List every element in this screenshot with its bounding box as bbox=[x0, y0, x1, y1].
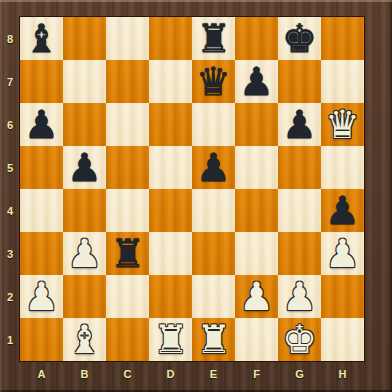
square-h7[interactable] bbox=[321, 60, 364, 103]
piece-black-pawn[interactable]: ♟ bbox=[192, 146, 235, 189]
square-h2[interactable] bbox=[321, 275, 364, 318]
square-h5[interactable] bbox=[321, 146, 364, 189]
piece-white-rook[interactable]: ♜ bbox=[192, 318, 235, 361]
square-a7[interactable] bbox=[20, 60, 63, 103]
square-g2[interactable]: ♟ bbox=[278, 275, 321, 318]
square-b8[interactable] bbox=[63, 17, 106, 60]
square-h8[interactable] bbox=[321, 17, 364, 60]
square-d6[interactable] bbox=[149, 103, 192, 146]
piece-white-pawn[interactable]: ♟ bbox=[63, 232, 106, 275]
square-g8[interactable]: ♚ bbox=[278, 17, 321, 60]
rank-label-5: 5 bbox=[0, 146, 20, 189]
piece-black-rook[interactable]: ♜ bbox=[106, 232, 149, 275]
square-d2[interactable] bbox=[149, 275, 192, 318]
square-a4[interactable] bbox=[20, 189, 63, 232]
square-f8[interactable] bbox=[235, 17, 278, 60]
square-c1[interactable] bbox=[106, 318, 149, 361]
board-frame: ♝♜♚♛♟♟♟♛♟♟♟♟♜♟♟♟♟♝♜♜♚ 87654321 ABCDEFGH bbox=[0, 0, 392, 392]
file-label-d: D bbox=[149, 361, 192, 387]
square-e3[interactable] bbox=[192, 232, 235, 275]
piece-black-king[interactable]: ♚ bbox=[278, 17, 321, 60]
square-c7[interactable] bbox=[106, 60, 149, 103]
square-b3[interactable]: ♟ bbox=[63, 232, 106, 275]
square-f3[interactable] bbox=[235, 232, 278, 275]
square-c3[interactable]: ♜ bbox=[106, 232, 149, 275]
rank-label-7: 7 bbox=[0, 60, 20, 103]
rank-label-4: 4 bbox=[0, 189, 20, 232]
file-label-c: C bbox=[106, 361, 149, 387]
square-g5[interactable] bbox=[278, 146, 321, 189]
rank-label-6: 6 bbox=[0, 103, 20, 146]
square-b1[interactable]: ♝ bbox=[63, 318, 106, 361]
file-label-f: F bbox=[235, 361, 278, 387]
file-labels: ABCDEFGH bbox=[20, 361, 364, 392]
rank-label-3: 3 bbox=[0, 232, 20, 275]
square-b2[interactable] bbox=[63, 275, 106, 318]
piece-white-bishop[interactable]: ♝ bbox=[63, 318, 106, 361]
square-c6[interactable] bbox=[106, 103, 149, 146]
square-b7[interactable] bbox=[63, 60, 106, 103]
square-e6[interactable] bbox=[192, 103, 235, 146]
chess-board: ♝♜♚♛♟♟♟♛♟♟♟♟♜♟♟♟♟♝♜♜♚ bbox=[20, 17, 364, 361]
square-c2[interactable] bbox=[106, 275, 149, 318]
square-a3[interactable] bbox=[20, 232, 63, 275]
square-g4[interactable] bbox=[278, 189, 321, 232]
square-e2[interactable] bbox=[192, 275, 235, 318]
piece-white-pawn[interactable]: ♟ bbox=[20, 275, 63, 318]
square-a1[interactable] bbox=[20, 318, 63, 361]
square-a6[interactable]: ♟ bbox=[20, 103, 63, 146]
file-label-h: H bbox=[321, 361, 364, 387]
square-d5[interactable] bbox=[149, 146, 192, 189]
square-g3[interactable] bbox=[278, 232, 321, 275]
square-c8[interactable] bbox=[106, 17, 149, 60]
piece-black-pawn[interactable]: ♟ bbox=[63, 146, 106, 189]
square-h6[interactable]: ♛ bbox=[321, 103, 364, 146]
rank-labels: 87654321 bbox=[0, 17, 20, 361]
square-c4[interactable] bbox=[106, 189, 149, 232]
square-e1[interactable]: ♜ bbox=[192, 318, 235, 361]
piece-white-rook[interactable]: ♜ bbox=[149, 318, 192, 361]
square-f1[interactable] bbox=[235, 318, 278, 361]
square-h3[interactable]: ♟ bbox=[321, 232, 364, 275]
square-a5[interactable] bbox=[20, 146, 63, 189]
square-f5[interactable] bbox=[235, 146, 278, 189]
square-b5[interactable]: ♟ bbox=[63, 146, 106, 189]
square-d3[interactable] bbox=[149, 232, 192, 275]
square-h4[interactable]: ♟ bbox=[321, 189, 364, 232]
square-c5[interactable] bbox=[106, 146, 149, 189]
rank-label-8: 8 bbox=[0, 17, 20, 60]
square-e5[interactable]: ♟ bbox=[192, 146, 235, 189]
piece-black-rook[interactable]: ♜ bbox=[192, 17, 235, 60]
rank-label-1: 1 bbox=[0, 318, 20, 361]
file-label-a: A bbox=[20, 361, 63, 387]
square-e8[interactable]: ♜ bbox=[192, 17, 235, 60]
square-a8[interactable]: ♝ bbox=[20, 17, 63, 60]
square-e7[interactable]: ♛ bbox=[192, 60, 235, 103]
square-f4[interactable] bbox=[235, 189, 278, 232]
square-f2[interactable]: ♟ bbox=[235, 275, 278, 318]
square-e4[interactable] bbox=[192, 189, 235, 232]
square-g7[interactable] bbox=[278, 60, 321, 103]
piece-black-pawn[interactable]: ♟ bbox=[321, 189, 364, 232]
square-b4[interactable] bbox=[63, 189, 106, 232]
piece-white-pawn[interactable]: ♟ bbox=[321, 232, 364, 275]
piece-white-pawn[interactable]: ♟ bbox=[235, 275, 278, 318]
square-d8[interactable] bbox=[149, 17, 192, 60]
square-g6[interactable]: ♟ bbox=[278, 103, 321, 146]
square-d1[interactable]: ♜ bbox=[149, 318, 192, 361]
piece-white-pawn[interactable]: ♟ bbox=[278, 275, 321, 318]
square-h1[interactable] bbox=[321, 318, 364, 361]
square-d7[interactable] bbox=[149, 60, 192, 103]
rank-label-2: 2 bbox=[0, 275, 20, 318]
square-g1[interactable]: ♚ bbox=[278, 318, 321, 361]
file-label-e: E bbox=[192, 361, 235, 387]
piece-black-pawn[interactable]: ♟ bbox=[235, 60, 278, 103]
square-b6[interactable] bbox=[63, 103, 106, 146]
square-a2[interactable]: ♟ bbox=[20, 275, 63, 318]
square-f7[interactable]: ♟ bbox=[235, 60, 278, 103]
piece-black-queen[interactable]: ♛ bbox=[192, 60, 235, 103]
piece-black-bishop[interactable]: ♝ bbox=[20, 17, 63, 60]
file-label-b: B bbox=[63, 361, 106, 387]
square-d4[interactable] bbox=[149, 189, 192, 232]
file-label-g: G bbox=[278, 361, 321, 387]
piece-black-pawn[interactable]: ♟ bbox=[20, 103, 63, 146]
piece-black-pawn[interactable]: ♟ bbox=[278, 103, 321, 146]
piece-white-king[interactable]: ♚ bbox=[278, 318, 321, 361]
piece-white-queen[interactable]: ♛ bbox=[321, 103, 364, 146]
square-f6[interactable] bbox=[235, 103, 278, 146]
